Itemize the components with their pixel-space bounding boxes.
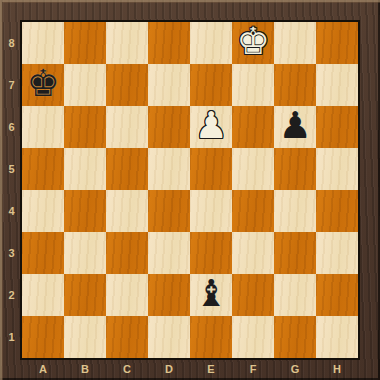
file-label-g: G — [274, 358, 316, 379]
file-label-f: F — [232, 358, 274, 379]
square-h5[interactable] — [316, 148, 358, 190]
square-e6[interactable]: ♟ — [190, 106, 232, 148]
file-labels: ABCDEFGH — [22, 358, 358, 379]
square-f3[interactable] — [232, 232, 274, 274]
square-c8[interactable] — [106, 22, 148, 64]
square-a8[interactable] — [22, 22, 64, 64]
square-c2[interactable] — [106, 274, 148, 316]
square-g5[interactable] — [274, 148, 316, 190]
square-c1[interactable] — [106, 316, 148, 358]
rank-label-7: 7 — [0, 64, 20, 106]
square-g3[interactable] — [274, 232, 316, 274]
rank-label-5: 5 — [0, 148, 20, 190]
square-d4[interactable] — [148, 190, 190, 232]
file-label-h: H — [316, 358, 358, 379]
file-label-e: E — [190, 358, 232, 379]
rank-label-4: 4 — [0, 190, 20, 232]
square-b8[interactable] — [64, 22, 106, 64]
square-h3[interactable] — [316, 232, 358, 274]
square-h1[interactable] — [316, 316, 358, 358]
square-a4[interactable] — [22, 190, 64, 232]
square-d1[interactable] — [148, 316, 190, 358]
white-king[interactable]: ♚ — [236, 22, 269, 63]
square-c3[interactable] — [106, 232, 148, 274]
black-bishop[interactable]: ♝ — [194, 274, 227, 315]
square-g1[interactable] — [274, 316, 316, 358]
square-b6[interactable] — [64, 106, 106, 148]
chess-board: ♚♚♟♟♝ — [20, 20, 360, 360]
square-e3[interactable] — [190, 232, 232, 274]
square-c5[interactable] — [106, 148, 148, 190]
square-b5[interactable] — [64, 148, 106, 190]
square-e2[interactable]: ♝ — [190, 274, 232, 316]
file-label-b: B — [64, 358, 106, 379]
file-label-c: C — [106, 358, 148, 379]
square-f5[interactable] — [232, 148, 274, 190]
square-h7[interactable] — [316, 64, 358, 106]
square-c6[interactable] — [106, 106, 148, 148]
square-e1[interactable] — [190, 316, 232, 358]
square-a5[interactable] — [22, 148, 64, 190]
square-e7[interactable] — [190, 64, 232, 106]
square-a7[interactable]: ♚ — [22, 64, 64, 106]
file-label-a: A — [22, 358, 64, 379]
square-b7[interactable] — [64, 64, 106, 106]
square-d7[interactable] — [148, 64, 190, 106]
rank-label-8: 8 — [0, 22, 20, 64]
square-h6[interactable] — [316, 106, 358, 148]
black-pawn[interactable]: ♟ — [278, 106, 311, 147]
square-g7[interactable] — [274, 64, 316, 106]
square-d8[interactable] — [148, 22, 190, 64]
rank-label-3: 3 — [0, 232, 20, 274]
square-f1[interactable] — [232, 316, 274, 358]
black-king[interactable]: ♚ — [26, 64, 59, 105]
square-h4[interactable] — [316, 190, 358, 232]
square-g6[interactable]: ♟ — [274, 106, 316, 148]
square-d3[interactable] — [148, 232, 190, 274]
square-g4[interactable] — [274, 190, 316, 232]
square-a1[interactable] — [22, 316, 64, 358]
square-a3[interactable] — [22, 232, 64, 274]
square-c4[interactable] — [106, 190, 148, 232]
board-frame: 87654321 ABCDEFGH ♚♚♟♟♝ — [0, 0, 380, 380]
square-d5[interactable] — [148, 148, 190, 190]
rank-labels: 87654321 — [0, 22, 20, 358]
square-h2[interactable] — [316, 274, 358, 316]
square-d2[interactable] — [148, 274, 190, 316]
square-g2[interactable] — [274, 274, 316, 316]
square-e4[interactable] — [190, 190, 232, 232]
square-b4[interactable] — [64, 190, 106, 232]
square-g8[interactable] — [274, 22, 316, 64]
square-b2[interactable] — [64, 274, 106, 316]
square-d6[interactable] — [148, 106, 190, 148]
square-e5[interactable] — [190, 148, 232, 190]
square-f6[interactable] — [232, 106, 274, 148]
square-f4[interactable] — [232, 190, 274, 232]
square-f8[interactable]: ♚ — [232, 22, 274, 64]
file-label-d: D — [148, 358, 190, 379]
white-pawn[interactable]: ♟ — [194, 106, 227, 147]
square-a6[interactable] — [22, 106, 64, 148]
square-h8[interactable] — [316, 22, 358, 64]
square-b1[interactable] — [64, 316, 106, 358]
rank-label-1: 1 — [0, 316, 20, 358]
square-c7[interactable] — [106, 64, 148, 106]
square-f7[interactable] — [232, 64, 274, 106]
square-e8[interactable] — [190, 22, 232, 64]
rank-label-2: 2 — [0, 274, 20, 316]
square-a2[interactable] — [22, 274, 64, 316]
square-b3[interactable] — [64, 232, 106, 274]
square-f2[interactable] — [232, 274, 274, 316]
rank-label-6: 6 — [0, 106, 20, 148]
